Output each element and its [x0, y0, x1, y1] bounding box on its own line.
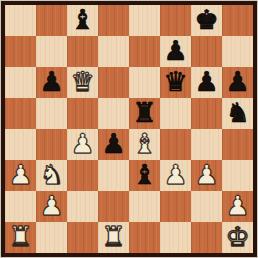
square-g6[interactable]: ♟ — [191, 67, 222, 98]
square-c5[interactable] — [67, 98, 98, 129]
square-a1[interactable]: ♜ — [5, 222, 36, 253]
square-g3[interactable]: ♟ — [191, 160, 222, 191]
square-e3[interactable]: ♝ — [129, 160, 160, 191]
white-king[interactable]: ♚ — [225, 223, 249, 250]
square-d2[interactable] — [98, 191, 129, 222]
square-d7[interactable] — [98, 36, 129, 67]
square-g2[interactable] — [191, 191, 222, 222]
square-e2[interactable] — [129, 191, 160, 222]
square-f5[interactable] — [160, 98, 191, 129]
square-h7[interactable] — [222, 36, 253, 67]
square-g7[interactable] — [191, 36, 222, 67]
square-f1[interactable] — [160, 222, 191, 253]
black-bishop[interactable]: ♝ — [70, 6, 94, 33]
black-pawn[interactable]: ♟ — [163, 37, 187, 64]
square-d6[interactable] — [98, 67, 129, 98]
square-c4[interactable]: ♟ — [67, 129, 98, 160]
square-c2[interactable] — [67, 191, 98, 222]
black-knight[interactable]: ♞ — [225, 99, 249, 126]
white-pawn[interactable]: ♟ — [225, 192, 249, 219]
chess-board: ♝♚♟♟♛♛♟♟♜♞♟♟♝♟♞♝♟♟♟♟♜♜♚ — [5, 5, 253, 253]
square-g8[interactable]: ♚ — [191, 5, 222, 36]
square-b3[interactable]: ♞ — [36, 160, 67, 191]
square-h5[interactable]: ♞ — [222, 98, 253, 129]
square-g5[interactable] — [191, 98, 222, 129]
square-d3[interactable] — [98, 160, 129, 191]
square-h1[interactable]: ♚ — [222, 222, 253, 253]
square-e1[interactable] — [129, 222, 160, 253]
square-h3[interactable] — [222, 160, 253, 191]
white-pawn[interactable]: ♟ — [8, 161, 32, 188]
square-f4[interactable] — [160, 129, 191, 160]
square-a6[interactable] — [5, 67, 36, 98]
black-rook[interactable]: ♜ — [132, 99, 156, 126]
white-pawn[interactable]: ♟ — [70, 130, 94, 157]
square-h8[interactable] — [222, 5, 253, 36]
square-h4[interactable] — [222, 129, 253, 160]
square-f8[interactable] — [160, 5, 191, 36]
black-pawn[interactable]: ♟ — [225, 68, 249, 95]
square-b4[interactable] — [36, 129, 67, 160]
square-g4[interactable] — [191, 129, 222, 160]
white-pawn[interactable]: ♟ — [39, 192, 63, 219]
square-c7[interactable] — [67, 36, 98, 67]
square-b7[interactable] — [36, 36, 67, 67]
square-d8[interactable] — [98, 5, 129, 36]
square-d5[interactable] — [98, 98, 129, 129]
square-b8[interactable] — [36, 5, 67, 36]
black-king[interactable]: ♚ — [194, 6, 218, 33]
white-pawn[interactable]: ♟ — [194, 161, 218, 188]
square-a4[interactable] — [5, 129, 36, 160]
square-b2[interactable]: ♟ — [36, 191, 67, 222]
square-g1[interactable] — [191, 222, 222, 253]
square-d1[interactable]: ♜ — [98, 222, 129, 253]
black-queen[interactable]: ♛ — [163, 68, 187, 95]
square-c8[interactable]: ♝ — [67, 5, 98, 36]
square-a7[interactable] — [5, 36, 36, 67]
square-b5[interactable] — [36, 98, 67, 129]
square-e7[interactable] — [129, 36, 160, 67]
square-f3[interactable]: ♟ — [160, 160, 191, 191]
square-a5[interactable] — [5, 98, 36, 129]
white-knight[interactable]: ♞ — [39, 161, 63, 188]
black-bishop[interactable]: ♝ — [132, 161, 156, 188]
square-c3[interactable] — [67, 160, 98, 191]
white-pawn[interactable]: ♟ — [163, 161, 187, 188]
black-pawn[interactable]: ♟ — [101, 130, 125, 157]
square-h6[interactable]: ♟ — [222, 67, 253, 98]
square-a2[interactable] — [5, 191, 36, 222]
white-queen[interactable]: ♛ — [70, 68, 94, 95]
square-e8[interactable] — [129, 5, 160, 36]
white-rook[interactable]: ♜ — [101, 223, 125, 250]
black-pawn[interactable]: ♟ — [39, 68, 63, 95]
black-pawn[interactable]: ♟ — [194, 68, 218, 95]
square-d4[interactable]: ♟ — [98, 129, 129, 160]
square-e6[interactable] — [129, 67, 160, 98]
square-f6[interactable]: ♛ — [160, 67, 191, 98]
square-b6[interactable]: ♟ — [36, 67, 67, 98]
square-e4[interactable]: ♝ — [129, 129, 160, 160]
square-c1[interactable] — [67, 222, 98, 253]
square-a8[interactable] — [5, 5, 36, 36]
square-f7[interactable]: ♟ — [160, 36, 191, 67]
square-c6[interactable]: ♛ — [67, 67, 98, 98]
square-e5[interactable]: ♜ — [129, 98, 160, 129]
white-bishop[interactable]: ♝ — [132, 130, 156, 157]
square-b1[interactable] — [36, 222, 67, 253]
white-rook[interactable]: ♜ — [8, 223, 32, 250]
square-h2[interactable]: ♟ — [222, 191, 253, 222]
square-f2[interactable] — [160, 191, 191, 222]
square-a3[interactable]: ♟ — [5, 160, 36, 191]
board-frame: ♝♚♟♟♛♛♟♟♜♞♟♟♝♟♞♝♟♟♟♟♜♜♚ — [0, 0, 258, 258]
